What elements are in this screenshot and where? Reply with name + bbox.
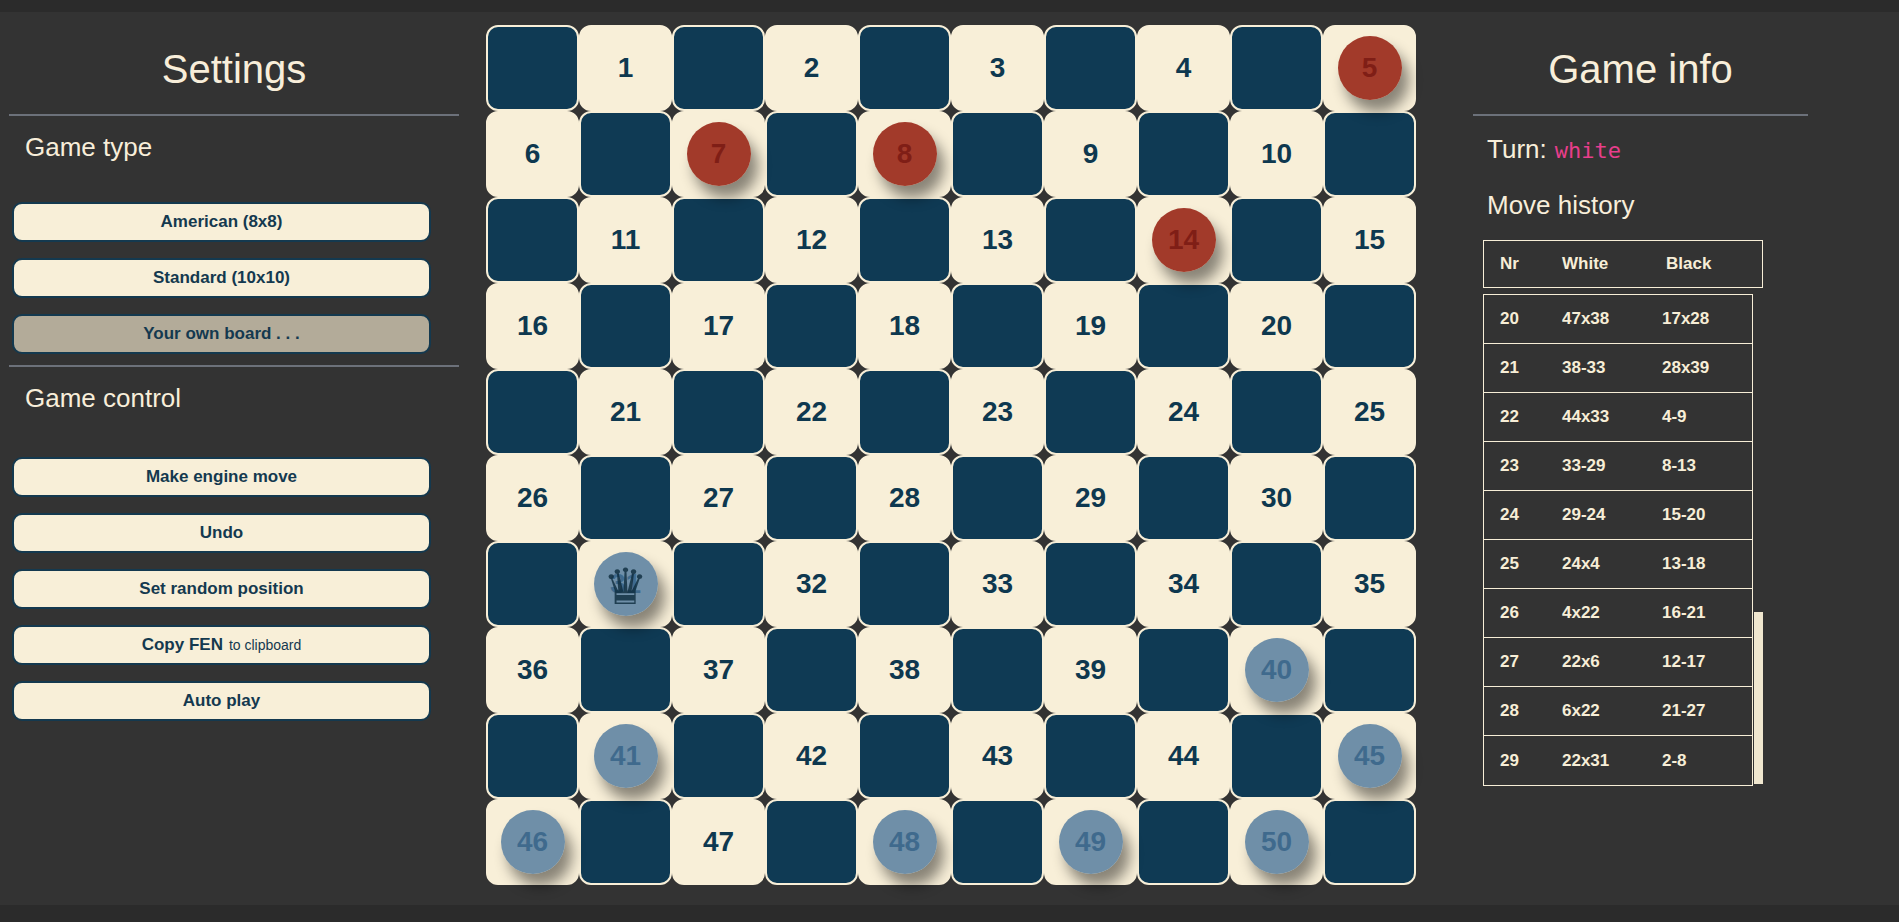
white-move: 38-33: [1546, 358, 1646, 378]
move-number: 25: [1484, 554, 1546, 574]
move-row: 2429-2415-20: [1484, 491, 1752, 540]
square-dark: [1044, 541, 1137, 627]
move-number: 21: [1484, 358, 1546, 378]
square-number: 26: [488, 457, 577, 539]
black-move: 17x28: [1646, 309, 1752, 329]
square-number: 22: [767, 371, 856, 453]
move-row: 2244x334-9: [1484, 393, 1752, 442]
square-number: 44: [1139, 715, 1228, 797]
square-number: 39: [1046, 629, 1135, 711]
square-number: 38: [860, 629, 949, 711]
square-37[interactable]: 37: [672, 627, 765, 713]
square-number: 15: [1325, 199, 1414, 281]
square-dark: [672, 541, 765, 627]
move-row: 2333-298-13: [1484, 442, 1752, 491]
square-number: 20: [1232, 285, 1321, 367]
square-dark: [858, 369, 951, 455]
move-row: 2138-3328x39: [1484, 344, 1752, 393]
square-31[interactable]: 31♛: [579, 541, 672, 627]
black-move: 8-13: [1646, 456, 1752, 476]
square-number: 2: [767, 27, 856, 109]
square-34[interactable]: 34: [1137, 541, 1230, 627]
square-10[interactable]: 10: [1230, 111, 1323, 197]
square-dark: [1230, 713, 1323, 799]
square-dark: [951, 799, 1044, 885]
turn-label: Turn:: [1487, 134, 1547, 164]
square-number: 37: [674, 629, 763, 711]
square-8[interactable]: 8: [858, 111, 951, 197]
black-move: 4-9: [1646, 407, 1752, 427]
square-dark: [951, 283, 1044, 369]
black-move: 15-20: [1646, 505, 1752, 525]
square-48[interactable]: 48: [858, 799, 951, 885]
square-number: 21: [581, 371, 670, 453]
square-dark: [1137, 799, 1230, 885]
square-32[interactable]: 32: [765, 541, 858, 627]
white-king-31[interactable]: ♛: [594, 552, 658, 616]
square-dark: [1044, 369, 1137, 455]
square-dark: [1230, 25, 1323, 111]
square-dark: [579, 455, 672, 541]
square-number: 28: [860, 457, 949, 539]
square-24[interactable]: 24: [1137, 369, 1230, 455]
square-6[interactable]: 6: [486, 111, 579, 197]
white-piece-40[interactable]: [1245, 638, 1309, 702]
move-number: 28: [1484, 701, 1546, 721]
copy-fen-button[interactable]: Copy FENto clipboard: [12, 625, 431, 665]
square-dark: [486, 197, 579, 283]
square-dark: [1230, 541, 1323, 627]
square-30[interactable]: 30: [1230, 455, 1323, 541]
white-piece-41[interactable]: [594, 724, 658, 788]
square-number: 30: [1232, 457, 1321, 539]
standard-10x10-button[interactable]: Standard (10x10): [12, 258, 431, 298]
square-18[interactable]: 18: [858, 283, 951, 369]
square-dark: [1230, 369, 1323, 455]
black-move: 21-27: [1646, 701, 1752, 721]
square-dark: [672, 713, 765, 799]
white-move: 24x4: [1546, 554, 1646, 574]
square-11[interactable]: 11: [579, 197, 672, 283]
square-12[interactable]: 12: [765, 197, 858, 283]
make-engine-move-button[interactable]: Make engine move: [12, 457, 431, 497]
white-piece-46[interactable]: [501, 810, 565, 874]
square-27[interactable]: 27: [672, 455, 765, 541]
square-dark: [1323, 627, 1416, 713]
move-row: 2922x312-8: [1484, 736, 1752, 785]
square-33[interactable]: 33: [951, 541, 1044, 627]
square-17[interactable]: 17: [672, 283, 765, 369]
white-piece-50[interactable]: [1245, 810, 1309, 874]
white-move: 6x22: [1546, 701, 1646, 721]
column-header-nr: Nr: [1484, 254, 1546, 274]
square-2[interactable]: 2: [765, 25, 858, 111]
square-29[interactable]: 29: [1044, 455, 1137, 541]
square-dark: [858, 25, 951, 111]
square-number: 6: [488, 113, 577, 195]
square-5[interactable]: 5: [1323, 25, 1416, 111]
american-8x8-button[interactable]: American (8x8): [12, 202, 431, 242]
move-row: 2524x413-18: [1484, 540, 1752, 589]
set-random-position-button[interactable]: Set random position: [12, 569, 431, 609]
square-dark: [1323, 283, 1416, 369]
black-move: 16-21: [1646, 603, 1752, 623]
square-dark: [1137, 627, 1230, 713]
square-dark: [672, 197, 765, 283]
square-dark: [1044, 713, 1137, 799]
move-history-header: Nr White Black: [1483, 240, 1763, 288]
square-28[interactable]: 28: [858, 455, 951, 541]
divider: [9, 114, 459, 116]
square-26[interactable]: 26: [486, 455, 579, 541]
red-piece-5[interactable]: [1338, 36, 1402, 100]
square-49[interactable]: 49: [1044, 799, 1137, 885]
divider: [9, 365, 459, 367]
square-1[interactable]: 1: [579, 25, 672, 111]
move-row: 264x2216-21: [1484, 589, 1752, 638]
square-number: 33: [953, 543, 1042, 625]
square-number: 27: [674, 457, 763, 539]
black-move: 2-8: [1646, 751, 1752, 771]
move-number: 29: [1484, 751, 1546, 771]
draughts-board: 1234567891011121314151617181920212223242…: [486, 25, 1416, 885]
square-number: 16: [488, 285, 577, 367]
square-number: 24: [1139, 371, 1228, 453]
divider: [1473, 114, 1808, 116]
square-14[interactable]: 14: [1137, 197, 1230, 283]
undo-button[interactable]: Undo: [12, 513, 431, 553]
square-dark: [486, 369, 579, 455]
square-7[interactable]: 7: [672, 111, 765, 197]
square-dark: [1323, 111, 1416, 197]
game-type-label: Game type: [25, 132, 459, 162]
square-number: 17: [674, 285, 763, 367]
square-number: 12: [767, 199, 856, 281]
white-piece-45[interactable]: [1338, 724, 1402, 788]
white-piece-48[interactable]: [873, 810, 937, 874]
square-dark: [951, 111, 1044, 197]
move-history-table: Nr White Black 2047x3817x282138-3328x392…: [1483, 240, 1763, 786]
square-dark: [579, 111, 672, 197]
square-number: 36: [488, 629, 577, 711]
square-dark: [765, 111, 858, 197]
settings-panel: Settings Game type American (8x8) Standa…: [9, 12, 459, 737]
game-control-buttons: Make engine move Undo Set random positio…: [12, 457, 431, 721]
square-13[interactable]: 13: [951, 197, 1044, 283]
move-row: 2722x612-17: [1484, 638, 1752, 687]
white-move: 47x38: [1546, 309, 1646, 329]
square-dark: [579, 283, 672, 369]
square-dark: [951, 455, 1044, 541]
square-dark: [1323, 455, 1416, 541]
square-dark: [1044, 25, 1137, 111]
square-22[interactable]: 22: [765, 369, 858, 455]
move-number: 26: [1484, 603, 1546, 623]
column-header-black: Black: [1650, 254, 1762, 274]
king-crown-icon: ♛: [594, 552, 658, 616]
scrollbar-thumb[interactable]: [1754, 612, 1763, 784]
move-history-label: Move history: [1487, 190, 1808, 220]
move-number: 27: [1484, 652, 1546, 672]
square-50[interactable]: 50: [1230, 799, 1323, 885]
square-number: 18: [860, 285, 949, 367]
game-info-title: Game info: [1473, 46, 1808, 92]
square-dark: [1230, 197, 1323, 283]
red-piece-7[interactable]: [687, 122, 751, 186]
square-number: 11: [581, 199, 670, 281]
square-number: 47: [674, 801, 763, 883]
square-dark: [765, 799, 858, 885]
settings-title: Settings: [9, 46, 459, 92]
move-number: 20: [1484, 309, 1546, 329]
square-47[interactable]: 47: [672, 799, 765, 885]
square-41[interactable]: 41: [579, 713, 672, 799]
square-15[interactable]: 15: [1323, 197, 1416, 283]
square-9[interactable]: 9: [1044, 111, 1137, 197]
square-number: 19: [1046, 285, 1135, 367]
square-number: 1: [581, 27, 670, 109]
move-row: 286x2221-27: [1484, 687, 1752, 736]
square-16[interactable]: 16: [486, 283, 579, 369]
white-move: 44x33: [1546, 407, 1646, 427]
square-dark: [1137, 111, 1230, 197]
square-36[interactable]: 36: [486, 627, 579, 713]
red-piece-14[interactable]: [1152, 208, 1216, 272]
square-number: 42: [767, 715, 856, 797]
square-45[interactable]: 45: [1323, 713, 1416, 799]
copy-fen-label: Copy FEN: [142, 635, 223, 654]
black-move: 12-17: [1646, 652, 1752, 672]
move-row: 2047x3817x28: [1484, 295, 1752, 344]
square-number: 9: [1046, 113, 1135, 195]
red-piece-8[interactable]: [873, 122, 937, 186]
your-own-board-button[interactable]: Your own board . . .: [12, 314, 431, 354]
square-dark: [858, 197, 951, 283]
square-dark: [1044, 197, 1137, 283]
square-dark: [579, 627, 672, 713]
turn-value: white: [1555, 138, 1621, 163]
square-39[interactable]: 39: [1044, 627, 1137, 713]
white-move: 22x31: [1546, 751, 1646, 771]
move-number: 22: [1484, 407, 1546, 427]
square-number: 13: [953, 199, 1042, 281]
square-dark: [858, 541, 951, 627]
square-number: 4: [1139, 27, 1228, 109]
square-number: 34: [1139, 543, 1228, 625]
square-number: 23: [953, 371, 1042, 453]
square-43[interactable]: 43: [951, 713, 1044, 799]
square-4[interactable]: 4: [1137, 25, 1230, 111]
black-move: 28x39: [1646, 358, 1752, 378]
square-dark: [672, 369, 765, 455]
square-dark: [1137, 455, 1230, 541]
square-dark: [486, 25, 579, 111]
square-dark: [579, 799, 672, 885]
square-23[interactable]: 23: [951, 369, 1044, 455]
game-info-panel: Game info Turn:white Move history Nr Whi…: [1473, 12, 1808, 786]
square-21[interactable]: 21: [579, 369, 672, 455]
square-dark: [1137, 283, 1230, 369]
move-number: 23: [1484, 456, 1546, 476]
square-35[interactable]: 35: [1323, 541, 1416, 627]
square-dark: [486, 713, 579, 799]
square-40[interactable]: 40: [1230, 627, 1323, 713]
square-dark: [765, 627, 858, 713]
square-number: 35: [1325, 543, 1414, 625]
square-3[interactable]: 3: [951, 25, 1044, 111]
white-move: 29-24: [1546, 505, 1646, 525]
square-number: 32: [767, 543, 856, 625]
square-dark: [858, 713, 951, 799]
move-history-body: 2047x3817x282138-3328x392244x334-92333-2…: [1483, 294, 1753, 786]
square-dark: [765, 283, 858, 369]
square-20[interactable]: 20: [1230, 283, 1323, 369]
square-number: 25: [1325, 371, 1414, 453]
white-move: 33-29: [1546, 456, 1646, 476]
square-dark: [486, 541, 579, 627]
square-number: 29: [1046, 457, 1135, 539]
square-38[interactable]: 38: [858, 627, 951, 713]
square-number: 3: [953, 27, 1042, 109]
game-control-label: Game control: [25, 383, 459, 413]
square-number: 43: [953, 715, 1042, 797]
game-type-buttons: American (8x8) Standard (10x10) Your own…: [12, 202, 431, 354]
white-move: 4x22: [1546, 603, 1646, 623]
copy-fen-suffix: to clipboard: [229, 637, 301, 653]
column-header-white: White: [1546, 254, 1650, 274]
square-19[interactable]: 19: [1044, 283, 1137, 369]
auto-play-button[interactable]: Auto play: [12, 681, 431, 721]
square-number: 10: [1232, 113, 1321, 195]
square-25[interactable]: 25: [1323, 369, 1416, 455]
square-44[interactable]: 44: [1137, 713, 1230, 799]
turn-indicator: Turn:white: [1487, 134, 1808, 166]
square-46[interactable]: 46: [486, 799, 579, 885]
square-dark: [1323, 799, 1416, 885]
move-number: 24: [1484, 505, 1546, 525]
square-42[interactable]: 42: [765, 713, 858, 799]
white-move: 22x6: [1546, 652, 1646, 672]
square-dark: [672, 25, 765, 111]
white-piece-49[interactable]: [1059, 810, 1123, 874]
square-dark: [951, 627, 1044, 713]
black-move: 13-18: [1646, 554, 1752, 574]
square-dark: [765, 455, 858, 541]
